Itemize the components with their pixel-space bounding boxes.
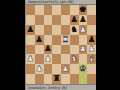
square-e8[interactable] bbox=[61, 5, 70, 15]
square-h8[interactable] bbox=[87, 5, 96, 15]
black-pawn-h5[interactable]: ♟ bbox=[88, 35, 95, 43]
white-rook-e5[interactable]: ♜ bbox=[62, 35, 69, 43]
square-e3[interactable] bbox=[61, 54, 70, 64]
square-h5[interactable]: ♟ bbox=[87, 35, 96, 45]
square-b7[interactable] bbox=[35, 15, 44, 25]
square-a7[interactable] bbox=[26, 15, 35, 25]
square-a2[interactable] bbox=[26, 64, 35, 74]
white-pawn-b2[interactable]: ♟ bbox=[36, 65, 43, 73]
square-g8[interactable]: ♚ bbox=[79, 5, 88, 15]
square-a3[interactable]: ♟ bbox=[26, 54, 35, 64]
black-pawn-a6[interactable]: ♟ bbox=[27, 25, 34, 33]
square-c2[interactable] bbox=[44, 64, 53, 74]
square-h1[interactable] bbox=[87, 74, 96, 84]
square-g6[interactable]: ♟ bbox=[79, 25, 88, 35]
square-e4[interactable] bbox=[61, 45, 70, 55]
square-h4[interactable]: ♟ bbox=[87, 45, 96, 55]
square-a4[interactable] bbox=[26, 45, 35, 55]
black-pawn-g7[interactable]: ♟ bbox=[79, 16, 86, 24]
bottom-player-name: Andreikin, Dmitry (B) bbox=[28, 86, 67, 90]
black-king-g8[interactable]: ♚ bbox=[79, 6, 86, 14]
bottom-player-bar: Andreikin, Dmitry (B) bbox=[25, 84, 96, 90]
black-pawn-c4[interactable]: ♟ bbox=[44, 45, 51, 53]
square-g3[interactable] bbox=[79, 54, 88, 64]
chess-board[interactable]: ♚♟♟♟♞♟♟♜♟♟♟♟♟♟♞♝♟♟♚♜ bbox=[25, 5, 96, 84]
square-f1[interactable] bbox=[70, 74, 79, 84]
square-g4[interactable]: ♟ bbox=[79, 45, 88, 55]
black-rook-d1[interactable]: ♜ bbox=[53, 75, 60, 83]
white-pawn-e2[interactable]: ♟ bbox=[62, 65, 69, 73]
square-d6[interactable] bbox=[52, 25, 61, 35]
square-f2[interactable] bbox=[70, 64, 79, 74]
video-frame: Nepomniachtchi, Jan (W) ♚♟♟♟♞♟♟♜♟♟♟♟♟♟♞♝… bbox=[0, 0, 120, 90]
black-pawn-b5[interactable]: ♟ bbox=[36, 35, 43, 43]
square-d7[interactable] bbox=[52, 15, 61, 25]
square-f8[interactable] bbox=[70, 5, 79, 15]
white-bishop-h3[interactable]: ♝ bbox=[88, 55, 95, 63]
square-c5[interactable] bbox=[44, 35, 53, 45]
square-f4[interactable] bbox=[70, 45, 79, 55]
square-g2[interactable]: ♚ bbox=[79, 64, 88, 74]
square-c3[interactable]: ♟ bbox=[44, 54, 53, 64]
top-player-name: Nepomniachtchi, Jan (W) bbox=[28, 0, 74, 4]
square-d1[interactable]: ♜ bbox=[52, 74, 61, 84]
square-h3[interactable]: ♝ bbox=[87, 54, 96, 64]
square-a8[interactable] bbox=[26, 5, 35, 15]
square-d5[interactable] bbox=[52, 35, 61, 45]
white-pawn-a3[interactable]: ♟ bbox=[27, 55, 34, 63]
square-d3[interactable] bbox=[52, 54, 61, 64]
square-d8[interactable] bbox=[52, 5, 61, 15]
white-knight-f3[interactable]: ♞ bbox=[71, 55, 78, 63]
square-h2[interactable] bbox=[87, 64, 96, 74]
square-h6[interactable] bbox=[87, 25, 96, 35]
square-c7[interactable] bbox=[44, 15, 53, 25]
square-e2[interactable]: ♟ bbox=[61, 64, 70, 74]
square-b1[interactable] bbox=[35, 74, 44, 84]
square-f3[interactable]: ♞ bbox=[70, 54, 79, 64]
square-h7[interactable] bbox=[87, 15, 96, 25]
square-e5[interactable]: ♜ bbox=[61, 35, 70, 45]
chess-app-window: Nepomniachtchi, Jan (W) ♚♟♟♟♞♟♟♜♟♟♟♟♟♟♞♝… bbox=[25, 0, 96, 90]
square-f5[interactable] bbox=[70, 35, 79, 45]
square-f6[interactable]: ♞ bbox=[70, 25, 79, 35]
square-b6[interactable] bbox=[35, 25, 44, 35]
square-b2[interactable]: ♟ bbox=[35, 64, 44, 74]
square-c4[interactable]: ♟ bbox=[44, 45, 53, 55]
square-d2[interactable] bbox=[52, 64, 61, 74]
square-a1[interactable] bbox=[26, 74, 35, 84]
square-g1[interactable] bbox=[79, 74, 88, 84]
white-king-g2[interactable]: ♚ bbox=[79, 65, 86, 73]
square-b3[interactable] bbox=[35, 54, 44, 64]
square-e6[interactable] bbox=[61, 25, 70, 35]
square-g5[interactable] bbox=[79, 35, 88, 45]
square-g7[interactable]: ♟ bbox=[79, 15, 88, 25]
square-f7[interactable]: ♟ bbox=[70, 15, 79, 25]
black-knight-f6[interactable]: ♞ bbox=[71, 25, 78, 33]
square-c8[interactable] bbox=[44, 5, 53, 15]
white-pawn-c3[interactable]: ♟ bbox=[44, 55, 51, 63]
square-b8[interactable] bbox=[35, 5, 44, 15]
square-a6[interactable]: ♟ bbox=[26, 25, 35, 35]
square-d4[interactable] bbox=[52, 45, 61, 55]
square-c6[interactable] bbox=[44, 25, 53, 35]
white-pawn-g6[interactable]: ♟ bbox=[79, 25, 86, 33]
square-b5[interactable]: ♟ bbox=[35, 35, 44, 45]
square-c1[interactable] bbox=[44, 74, 53, 84]
square-e7[interactable] bbox=[61, 15, 70, 25]
square-e1[interactable] bbox=[61, 74, 70, 84]
square-a5[interactable] bbox=[26, 35, 35, 45]
black-pawn-f7[interactable]: ♟ bbox=[71, 16, 78, 24]
square-b4[interactable] bbox=[35, 45, 44, 55]
white-pawn-h4[interactable]: ♟ bbox=[88, 45, 95, 53]
white-pawn-g4[interactable]: ♟ bbox=[79, 45, 86, 53]
